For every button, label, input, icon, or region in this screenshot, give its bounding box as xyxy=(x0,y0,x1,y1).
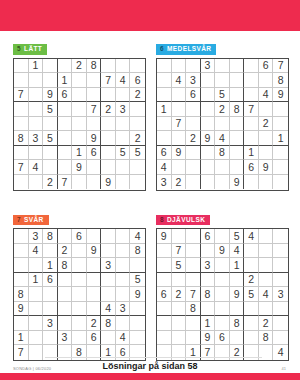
sudoku-cell: 3 xyxy=(157,175,172,190)
sudoku-cell: 1 xyxy=(43,258,58,273)
sudoku-cell: 8 xyxy=(130,244,145,259)
sudoku-cell xyxy=(244,258,259,273)
sudoku-cell: 7 xyxy=(101,73,116,88)
sudoku-cell xyxy=(29,88,44,103)
sudoku-cell: 4 xyxy=(172,73,187,88)
sudoku-cell xyxy=(29,331,44,346)
sudoku-cell xyxy=(58,229,73,244)
sudoku-cell: 9 xyxy=(101,175,116,190)
sudoku-cell: 1 xyxy=(273,131,288,146)
difficulty-label: DJÄVULSK xyxy=(167,217,205,224)
sudoku-cell: 2 xyxy=(58,244,73,259)
sudoku-grid-latt: 128174679625723835921655749279 xyxy=(13,58,146,191)
puzzle-number: 5 xyxy=(17,46,21,53)
sudoku-cell: 4 xyxy=(130,229,145,244)
sudoku-cell xyxy=(273,331,288,346)
sudoku-cell: 3 xyxy=(116,102,131,117)
sudoku-cell: 8 xyxy=(230,316,245,331)
sudoku-cell xyxy=(72,102,87,117)
sudoku-cell xyxy=(186,175,201,190)
puzzle-svar: 7 SVÅR 386442981831658994332813647816 xyxy=(13,208,147,362)
sudoku-cell: 3 xyxy=(201,258,216,273)
sudoku-cell xyxy=(273,229,288,244)
sudoku-cell xyxy=(186,316,201,331)
sudoku-cell: 9 xyxy=(172,146,187,161)
sudoku-cell xyxy=(186,331,201,346)
sudoku-cell xyxy=(230,59,245,74)
sudoku-cell xyxy=(130,59,145,74)
sudoku-cell: 5 xyxy=(172,258,187,273)
sudoku-cell xyxy=(186,59,201,74)
sudoku-cell xyxy=(29,146,44,161)
sudoku-cell: 2 xyxy=(172,175,187,190)
sudoku-cell xyxy=(201,88,216,103)
sudoku-cell xyxy=(273,117,288,132)
sudoku-cell xyxy=(157,316,172,331)
sudoku-cell xyxy=(14,146,29,161)
sudoku-cell: 2 xyxy=(101,102,116,117)
sudoku-cell xyxy=(14,117,29,132)
sudoku-cell: 2 xyxy=(186,131,201,146)
sudoku-cell xyxy=(157,258,172,273)
sudoku-cell: 9 xyxy=(43,88,58,103)
sudoku-cell xyxy=(58,160,73,175)
sudoku-cell: 1 xyxy=(244,146,259,161)
sudoku-cell xyxy=(273,302,288,317)
sudoku-cell xyxy=(58,287,73,302)
sudoku-cell xyxy=(244,59,259,74)
sudoku-cell xyxy=(43,117,58,132)
sudoku-cell: 9 xyxy=(72,160,87,175)
sudoku-cell xyxy=(87,273,102,288)
sudoku-cell xyxy=(87,88,102,103)
sudoku-cell xyxy=(43,146,58,161)
sudoku-cell: 7 xyxy=(273,59,288,74)
sudoku-cell xyxy=(58,302,73,317)
sudoku-cell: 2 xyxy=(259,117,274,132)
sudoku-cell xyxy=(130,160,145,175)
sudoku-cell: 9 xyxy=(14,302,29,317)
puzzle-number: 6 xyxy=(160,46,164,53)
sudoku-cell xyxy=(87,175,102,190)
sudoku-cell xyxy=(157,131,172,146)
sudoku-cell xyxy=(72,273,87,288)
sudoku-cell: 5 xyxy=(116,146,131,161)
sudoku-cell: 2 xyxy=(259,316,274,331)
sudoku-cell xyxy=(273,160,288,175)
sudoku-cell: 5 xyxy=(130,146,145,161)
puzzle-medelsvar: 6 MEDELSVÅR 3674386549128772294169814693… xyxy=(156,37,290,191)
sudoku-cell xyxy=(215,273,230,288)
sudoku-cell xyxy=(273,175,288,190)
sudoku-cell: 4 xyxy=(116,331,131,346)
sudoku-cell xyxy=(172,316,187,331)
puzzle-number: 8 xyxy=(160,217,164,224)
sudoku-cell: 4 xyxy=(244,229,259,244)
sudoku-cell: 9 xyxy=(259,160,274,175)
sudoku-cell xyxy=(101,229,116,244)
sudoku-cell: 8 xyxy=(259,331,274,346)
sudoku-cell xyxy=(116,273,131,288)
sudoku-cell xyxy=(43,160,58,175)
difficulty-badge-medelsvar: 6 MEDELSVÅR xyxy=(156,44,216,55)
sudoku-cell: 6 xyxy=(130,73,145,88)
sudoku-cell xyxy=(116,316,131,331)
sudoku-cell xyxy=(201,146,216,161)
sudoku-cell xyxy=(273,146,288,161)
sudoku-cell xyxy=(186,117,201,132)
sudoku-cell: 5 xyxy=(215,88,230,103)
sudoku-cell: 9 xyxy=(230,287,245,302)
sudoku-cell xyxy=(172,331,187,346)
sudoku-cell xyxy=(14,244,29,259)
sudoku-cell xyxy=(72,258,87,273)
sudoku-cell xyxy=(201,73,216,88)
sudoku-cell: 6 xyxy=(157,287,172,302)
sudoku-cell: 6 xyxy=(215,331,230,346)
sudoku-cell: 8 xyxy=(14,287,29,302)
sudoku-cell xyxy=(230,88,245,103)
puzzle-row-top: 5 LÄTT 128174679625723835921655749279 6 … xyxy=(13,37,290,191)
sudoku-cell: 4 xyxy=(215,131,230,146)
difficulty-badge-latt: 5 LÄTT xyxy=(13,44,47,55)
sudoku-cell xyxy=(87,302,102,317)
sudoku-cell xyxy=(215,160,230,175)
sudoku-cell: 7 xyxy=(186,287,201,302)
sudoku-cell xyxy=(244,131,259,146)
sudoku-cell xyxy=(116,229,131,244)
sudoku-cell xyxy=(186,229,201,244)
sudoku-cell xyxy=(58,316,73,331)
sudoku-cell: 4 xyxy=(230,244,245,259)
sudoku-cell xyxy=(186,102,201,117)
sudoku-cell xyxy=(157,117,172,132)
sudoku-cell xyxy=(215,316,230,331)
sudoku-cell xyxy=(201,117,216,132)
puzzle-latt: 5 LÄTT 128174679625723835921655749279 xyxy=(13,37,147,191)
sudoku-cell xyxy=(58,59,73,74)
sudoku-cell xyxy=(230,273,245,288)
sudoku-cell xyxy=(172,88,187,103)
sudoku-cell xyxy=(259,175,274,190)
sudoku-cell: 3 xyxy=(29,229,44,244)
sudoku-cell xyxy=(72,117,87,132)
sudoku-cell xyxy=(72,302,87,317)
sudoku-cell xyxy=(215,302,230,317)
issue-info-text: SÖNDAG | 06/2020 xyxy=(13,366,51,371)
sudoku-cell xyxy=(172,229,187,244)
sudoku-cell xyxy=(101,131,116,146)
sudoku-cell xyxy=(101,59,116,74)
sudoku-cell: 5 xyxy=(130,273,145,288)
sudoku-cell: 4 xyxy=(101,302,116,317)
sudoku-cell xyxy=(215,175,230,190)
sudoku-cell xyxy=(259,244,274,259)
sudoku-cell xyxy=(116,258,131,273)
sudoku-cell: 8 xyxy=(43,229,58,244)
sudoku-cell xyxy=(186,244,201,259)
sudoku-cell: 6 xyxy=(244,160,259,175)
sudoku-cell xyxy=(116,117,131,132)
sudoku-cell xyxy=(157,59,172,74)
sudoku-cell xyxy=(244,244,259,259)
sudoku-cell: 9 xyxy=(157,229,172,244)
sudoku-cell: 3 xyxy=(273,287,288,302)
sudoku-cell xyxy=(215,73,230,88)
sudoku-cell: 8 xyxy=(186,302,201,317)
sudoku-cell: 8 xyxy=(273,73,288,88)
sudoku-cell xyxy=(157,244,172,259)
difficulty-badge-svar: 7 SVÅR xyxy=(13,215,49,226)
sudoku-cell: 8 xyxy=(201,287,216,302)
sudoku-cell xyxy=(14,273,29,288)
sudoku-cell xyxy=(172,102,187,117)
sudoku-cell: 7 xyxy=(172,244,187,259)
sudoku-cell xyxy=(14,73,29,88)
sudoku-cell xyxy=(172,302,187,317)
sudoku-cell xyxy=(14,229,29,244)
sudoku-cell: 7 xyxy=(58,175,73,190)
sudoku-cell xyxy=(201,175,216,190)
sudoku-cell xyxy=(72,244,87,259)
sudoku-cell xyxy=(101,244,116,259)
sudoku-cell xyxy=(43,287,58,302)
bottom-banner xyxy=(0,373,300,380)
sudoku-cell xyxy=(244,316,259,331)
sudoku-cell: 2 xyxy=(215,102,230,117)
sudoku-cell: 4 xyxy=(29,160,44,175)
sudoku-cell xyxy=(244,117,259,132)
sudoku-cell xyxy=(29,102,44,117)
sudoku-cell xyxy=(215,258,230,273)
puzzle-row-bottom: 7 SVÅR 386442981831658994332813647816 8 … xyxy=(13,208,290,362)
sudoku-cell xyxy=(172,160,187,175)
sudoku-cell xyxy=(273,273,288,288)
sudoku-cell: 1 xyxy=(58,73,73,88)
sudoku-cell xyxy=(230,302,245,317)
sudoku-cell xyxy=(29,316,44,331)
sudoku-cell xyxy=(116,131,131,146)
sudoku-cell xyxy=(215,229,230,244)
sudoku-cell: 1 xyxy=(157,102,172,117)
sudoku-cell xyxy=(43,331,58,346)
sudoku-cell xyxy=(201,273,216,288)
sudoku-cell xyxy=(273,244,288,259)
sudoku-cell xyxy=(130,331,145,346)
sudoku-cell: 3 xyxy=(101,258,116,273)
sudoku-cell xyxy=(230,331,245,346)
puzzle-area: 5 LÄTT 128174679625723835921655749279 6 … xyxy=(13,31,290,361)
sudoku-grid-medelsvar: 367438654912877229416981469329 xyxy=(156,58,289,191)
sudoku-cell xyxy=(87,160,102,175)
sudoku-cell xyxy=(215,59,230,74)
sudoku-cell xyxy=(87,258,102,273)
sudoku-cell: 1 xyxy=(201,316,216,331)
sudoku-cell xyxy=(116,59,131,74)
sudoku-cell xyxy=(101,117,116,132)
sudoku-cell: 7 xyxy=(14,88,29,103)
sudoku-cell xyxy=(201,302,216,317)
sudoku-cell: 8 xyxy=(215,146,230,161)
sudoku-cell xyxy=(244,331,259,346)
sudoku-cell: 9 xyxy=(230,175,245,190)
sudoku-cell: 3 xyxy=(43,316,58,331)
sudoku-cell xyxy=(14,175,29,190)
sudoku-cell: 9 xyxy=(87,244,102,259)
sudoku-cell xyxy=(130,102,145,117)
sudoku-cell xyxy=(43,59,58,74)
sudoku-cell xyxy=(87,73,102,88)
sudoku-cell xyxy=(101,273,116,288)
sudoku-cell xyxy=(72,331,87,346)
sudoku-cell: 1 xyxy=(72,146,87,161)
sudoku-cell xyxy=(58,117,73,132)
sudoku-cell xyxy=(201,102,216,117)
page-footer: Lösningar på sidan 58 SÖNDAG | 06/2020 4… xyxy=(0,357,300,373)
sudoku-cell xyxy=(29,175,44,190)
sudoku-cell xyxy=(116,244,131,259)
sudoku-cell: 8 xyxy=(87,59,102,74)
sudoku-cell xyxy=(157,88,172,103)
sudoku-cell xyxy=(87,117,102,132)
sudoku-cell: 7 xyxy=(14,160,29,175)
sudoku-cell: 9 xyxy=(273,88,288,103)
sudoku-cell xyxy=(72,316,87,331)
sudoku-cell: 3 xyxy=(186,73,201,88)
sudoku-cell xyxy=(186,160,201,175)
sudoku-cell: 6 xyxy=(186,88,201,103)
sudoku-cell xyxy=(72,73,87,88)
sudoku-cell: 8 xyxy=(230,102,245,117)
sudoku-cell: 6 xyxy=(87,146,102,161)
sudoku-cell: 2 xyxy=(244,273,259,288)
sudoku-cell xyxy=(58,146,73,161)
sudoku-cell: 6 xyxy=(157,146,172,161)
sudoku-cell: 6 xyxy=(58,88,73,103)
sudoku-cell xyxy=(58,273,73,288)
sudoku-cell: 7 xyxy=(172,117,187,132)
sudoku-cell xyxy=(215,117,230,132)
sudoku-cell: 6 xyxy=(259,59,274,74)
sudoku-cell: 7 xyxy=(244,102,259,117)
sudoku-cell: 2 xyxy=(172,287,187,302)
sudoku-cell xyxy=(116,160,131,175)
sudoku-cell xyxy=(43,244,58,259)
sudoku-cell xyxy=(244,88,259,103)
sudoku-cell: 6 xyxy=(72,229,87,244)
sudoku-cell xyxy=(101,160,116,175)
sudoku-cell xyxy=(29,287,44,302)
sudoku-cell: 2 xyxy=(72,59,87,74)
sudoku-cell xyxy=(230,146,245,161)
sudoku-cell xyxy=(72,287,87,302)
sudoku-cell: 5 xyxy=(244,287,259,302)
sudoku-cell: 8 xyxy=(101,316,116,331)
sudoku-cell xyxy=(244,175,259,190)
sudoku-cell: 2 xyxy=(87,316,102,331)
sudoku-cell: 4 xyxy=(157,160,172,175)
page-number: 41 xyxy=(282,366,286,371)
sudoku-cell: 6 xyxy=(201,229,216,244)
sudoku-cell xyxy=(201,244,216,259)
sudoku-cell xyxy=(259,273,274,288)
difficulty-label: MEDELSVÅR xyxy=(167,46,211,53)
sudoku-cell xyxy=(130,175,145,190)
sudoku-cell: 7 xyxy=(87,102,102,117)
sudoku-cell xyxy=(230,131,245,146)
sudoku-cell xyxy=(230,160,245,175)
sudoku-cell xyxy=(14,102,29,117)
sudoku-cell: 6 xyxy=(43,273,58,288)
puzzle-djavulsk: 8 DJÄVULSK 96547945312627895438182968172… xyxy=(156,208,290,362)
sudoku-cell: 1 xyxy=(14,331,29,346)
sudoku-cell xyxy=(29,302,44,317)
sudoku-cell xyxy=(43,73,58,88)
sudoku-cell xyxy=(186,258,201,273)
sudoku-cell xyxy=(201,160,216,175)
sudoku-cell: 1 xyxy=(230,258,245,273)
sudoku-cell xyxy=(172,273,187,288)
sudoku-cell xyxy=(58,102,73,117)
sudoku-cell: 5 xyxy=(43,102,58,117)
sudoku-cell xyxy=(116,88,131,103)
sudoku-cell xyxy=(230,117,245,132)
sudoku-cell xyxy=(273,102,288,117)
sudoku-cell xyxy=(259,131,274,146)
sudoku-cell xyxy=(101,287,116,302)
sudoku-cell xyxy=(130,316,145,331)
sudoku-cell xyxy=(101,331,116,346)
sudoku-cell xyxy=(87,229,102,244)
footer-divider xyxy=(45,357,262,358)
sudoku-cell: 5 xyxy=(43,131,58,146)
puzzle-number: 7 xyxy=(17,217,21,224)
sudoku-cell xyxy=(101,146,116,161)
sudoku-cell xyxy=(230,73,245,88)
sudoku-cell xyxy=(273,316,288,331)
sudoku-cell xyxy=(130,117,145,132)
sudoku-grid-djavulsk: 965479453126278954381829681724 xyxy=(156,228,289,361)
sudoku-cell: 1 xyxy=(29,59,44,74)
sudoku-cell xyxy=(172,131,187,146)
sudoku-cell: 4 xyxy=(116,73,131,88)
sudoku-cell: 9 xyxy=(130,287,145,302)
sudoku-cell xyxy=(72,88,87,103)
sudoku-cell xyxy=(157,331,172,346)
sudoku-cell xyxy=(130,258,145,273)
sudoku-cell: 3 xyxy=(201,59,216,74)
top-banner xyxy=(0,0,300,31)
sudoku-cell xyxy=(259,258,274,273)
sudoku-cell xyxy=(244,73,259,88)
sudoku-cell: 5 xyxy=(230,229,245,244)
sudoku-cell xyxy=(259,302,274,317)
sudoku-cell: 3 xyxy=(116,302,131,317)
sudoku-cell xyxy=(116,175,131,190)
sudoku-cell: 9 xyxy=(87,131,102,146)
sudoku-cell xyxy=(87,287,102,302)
sudoku-cell: 2 xyxy=(43,175,58,190)
sudoku-cell: 9 xyxy=(201,131,216,146)
sudoku-cell: 2 xyxy=(130,131,145,146)
sudoku-cell xyxy=(72,175,87,190)
sudoku-cell xyxy=(157,73,172,88)
sudoku-cell: 9 xyxy=(215,244,230,259)
sudoku-cell xyxy=(29,73,44,88)
sudoku-cell: 8 xyxy=(14,131,29,146)
sudoku-cell: 2 xyxy=(130,88,145,103)
sudoku-cell xyxy=(172,59,187,74)
